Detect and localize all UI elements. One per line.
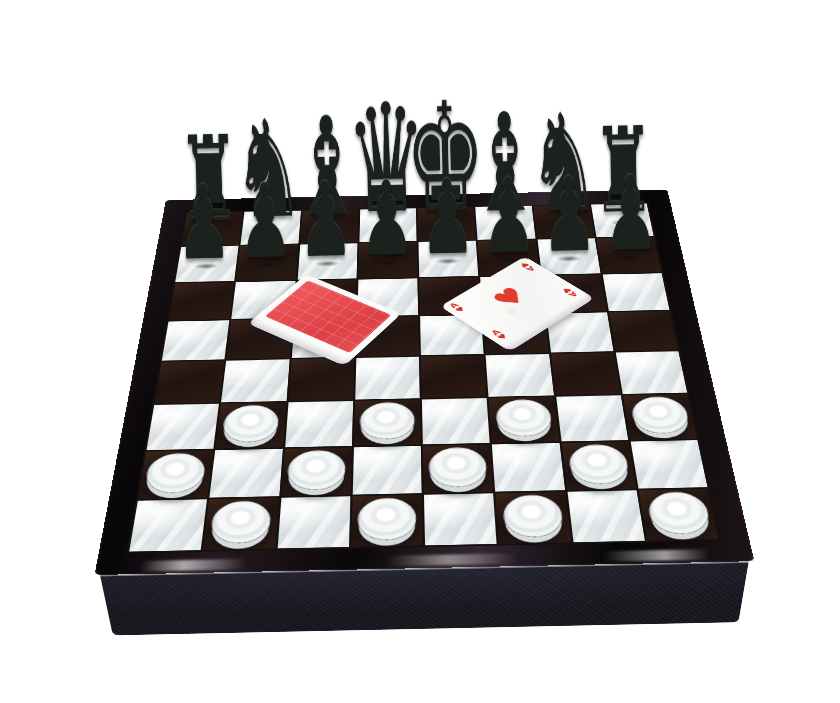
square-a6[interactable]: [169, 282, 235, 320]
black-bishop-f8[interactable]: ♝: [475, 205, 537, 240]
square-d8[interactable]: [359, 208, 417, 242]
square-g7[interactable]: [537, 238, 600, 274]
square-f8[interactable]: [475, 206, 535, 240]
board-box-side: [100, 561, 749, 635]
black-knight-g8[interactable]: ♞: [533, 204, 597, 239]
card-ornament-icon: ♡: [505, 308, 520, 317]
square-c6[interactable]: [294, 279, 356, 317]
black-pawn-f7[interactable]: ♟: [477, 239, 541, 276]
square-e6[interactable]: [419, 277, 481, 315]
piece-shadow: [188, 262, 224, 271]
square-d7[interactable]: [358, 242, 417, 278]
pawn-glyph: ♟: [297, 168, 355, 272]
square-e8[interactable]: [418, 207, 476, 241]
square-h6[interactable]: [602, 273, 669, 311]
black-pawn-b7[interactable]: ♟: [235, 244, 299, 281]
pawn-glyph: ♟: [358, 166, 416, 270]
card-back-pattern: [265, 280, 391, 353]
queen-glyph: ♛: [344, 83, 428, 235]
piece-shadow: [431, 257, 466, 266]
square-h7[interactable]: [596, 237, 661, 273]
black-pawn-g7[interactable]: ♟: [537, 238, 602, 275]
piece-shadow: [488, 220, 523, 229]
black-pawn-e7[interactable]: ♟: [418, 240, 480, 277]
piece-shadow: [605, 218, 641, 227]
square-b6[interactable]: [232, 281, 296, 319]
bishop-glyph: ♝: [467, 95, 543, 232]
piece-shadow: [551, 254, 587, 263]
black-queen-d8[interactable]: ♛: [358, 207, 417, 242]
card-deck-ace-of-hearts[interactable]: ♥ A♥ A♥ A♥ A♥: [440, 256, 586, 346]
game-board: ♜♞♝♛♚♝♞♜♟♟♟♟♟♟♟♟ ♥ A♥ A♥: [94, 190, 754, 575]
pawn-glyph: ♟: [480, 164, 537, 268]
black-bishop-c8[interactable]: ♝: [299, 208, 359, 243]
piece-shadow: [547, 219, 582, 228]
card-index-top-left: A♥: [448, 302, 467, 314]
piece-shadow: [430, 222, 464, 231]
piece-shadow: [491, 255, 527, 264]
card-deck-red-back[interactable]: [254, 274, 401, 360]
square-f6[interactable]: [480, 276, 544, 314]
piece-shadow: [370, 258, 405, 267]
board-frame: ♜♞♝♛♚♝♞♜♟♟♟♟♟♟♟♟ ♥ A♥ A♥: [94, 190, 754, 575]
pawn-glyph: ♟: [236, 169, 294, 273]
square-h5[interactable]: [609, 311, 678, 351]
square-e7[interactable]: [418, 241, 478, 277]
square-a7[interactable]: [175, 246, 239, 282]
black-king-e8[interactable]: ♚: [417, 206, 477, 241]
piece-shadow: [253, 225, 288, 234]
square-b8[interactable]: [241, 211, 301, 245]
square-f5[interactable]: [483, 314, 549, 354]
pawn-glyph: ♟: [541, 163, 598, 267]
square-a8[interactable]: [181, 212, 243, 246]
square-d6[interactable]: [357, 278, 418, 316]
square-d5[interactable]: [356, 316, 419, 357]
card-index-bottom-right: A♥: [559, 286, 578, 298]
piece-shadow: [309, 259, 345, 268]
black-pawn-a7[interactable]: ♟: [173, 245, 239, 282]
card-index-bottom-left: A♥: [490, 329, 510, 342]
bishop-glyph: ♝: [289, 99, 365, 236]
black-pawn-c7[interactable]: ♟: [296, 243, 358, 280]
square-g5[interactable]: [546, 312, 614, 352]
pawn-glyph: ♟: [175, 170, 233, 274]
black-pawn-d7[interactable]: ♟: [357, 241, 418, 278]
king-glyph: ♚: [404, 82, 488, 234]
square-e5[interactable]: [420, 315, 484, 356]
heart-pip-icon: ♥: [487, 283, 533, 312]
rook-glyph: ♜: [176, 119, 242, 238]
square-h8[interactable]: [591, 203, 654, 237]
rook-glyph: ♜: [591, 111, 656, 230]
square-b7[interactable]: [236, 245, 298, 281]
square-c7[interactable]: [297, 243, 357, 279]
knight-glyph: ♞: [230, 102, 305, 238]
piece-shadow: [194, 227, 229, 236]
black-pawn-h7[interactable]: ♟: [596, 236, 663, 273]
black-rook-h8[interactable]: ♜: [590, 202, 655, 237]
board-placement: ♜♞♝♛♚♝♞♜♟♟♟♟♟♟♟♟ ♥ A♥ A♥: [114, 50, 726, 662]
piece-shadow: [611, 253, 648, 262]
card-index-top-right: A♥: [517, 261, 536, 272]
piece-shadow: [312, 224, 347, 233]
square-c8[interactable]: [300, 209, 358, 243]
square-b5[interactable]: [227, 319, 293, 360]
square-g8[interactable]: [533, 205, 594, 239]
square-a5[interactable]: [162, 320, 230, 361]
cards-layer: ♥ A♥ A♥ A♥ A♥: [127, 202, 722, 553]
knight-glyph: ♞: [527, 96, 602, 232]
ace-of-hearts-face: ♥ A♥ A♥ A♥ A♥: [440, 256, 586, 346]
square-f7[interactable]: [478, 240, 540, 276]
piece-shadow: [249, 260, 285, 269]
piece-shadow: [371, 223, 405, 232]
pawn-glyph: ♟: [602, 161, 659, 265]
black-knight-b8[interactable]: ♞: [239, 210, 301, 245]
square-g6[interactable]: [541, 274, 606, 312]
black-rook-a8[interactable]: ♜: [180, 211, 244, 246]
pawn-glyph: ♟: [419, 165, 476, 269]
product-photo-scene: ♜♞♝♛♚♝♞♜♟♟♟♟♟♟♟♟ ♥ A♥ A♥: [0, 0, 840, 703]
square-c5[interactable]: [291, 317, 355, 358]
